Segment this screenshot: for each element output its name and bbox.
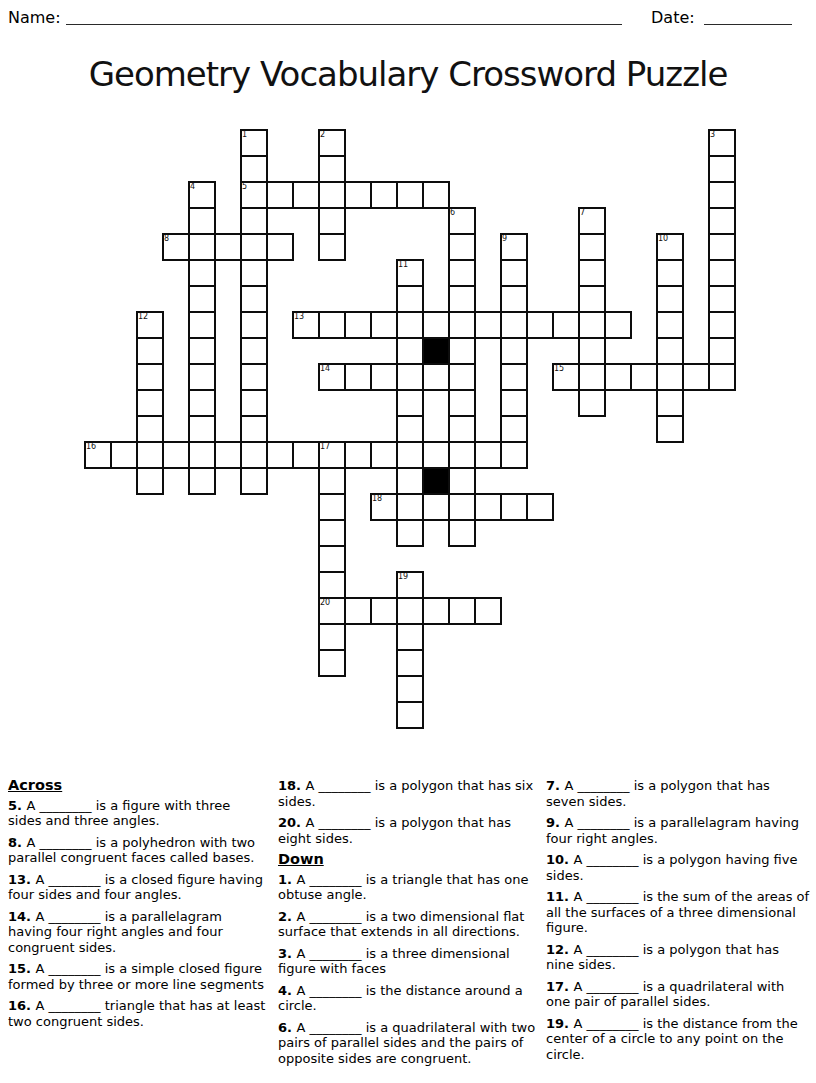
- cell-r7c2[interactable]: 12: [137, 312, 163, 338]
- cell-r7c4[interactable]: [189, 312, 215, 338]
- cell-r1c9[interactable]: [319, 156, 345, 182]
- cell-r7c24[interactable]: [709, 312, 735, 338]
- cell-r9c21[interactable]: [631, 364, 657, 390]
- grid-void: [85, 416, 111, 442]
- cell-r8c6[interactable]: [241, 338, 267, 364]
- grid-void: [475, 364, 501, 390]
- cell-r6c6[interactable]: [241, 286, 267, 312]
- cell-r15c12[interactable]: [397, 520, 423, 546]
- cell-r6c19[interactable]: [579, 286, 605, 312]
- clue-column-1: Across5. A ________ is a figure with thr…: [8, 778, 266, 1035]
- cell-r20c9[interactable]: [319, 650, 345, 676]
- cell-r18c10[interactable]: [345, 598, 371, 624]
- cell-r4c6[interactable]: [241, 234, 267, 260]
- cell-r1c24[interactable]: [709, 156, 735, 182]
- clue-num-label: 5.: [8, 798, 27, 813]
- cell-r8c14[interactable]: [449, 338, 475, 364]
- cell-r15c9[interactable]: [319, 520, 345, 546]
- grid-void: [85, 676, 111, 702]
- cell-r2c9[interactable]: [319, 182, 345, 208]
- cell-r3c24[interactable]: [709, 208, 735, 234]
- cell-r9c22[interactable]: [657, 364, 683, 390]
- cell-r5c24[interactable]: [709, 260, 735, 286]
- clue-number-9: 9: [502, 234, 507, 243]
- cell-r8c16[interactable]: [501, 338, 527, 364]
- grid-void: [345, 520, 371, 546]
- cell-r9c10[interactable]: [345, 364, 371, 390]
- cell-r11c12[interactable]: [397, 416, 423, 442]
- grid-void: [709, 572, 735, 598]
- cell-r4c5[interactable]: [215, 234, 241, 260]
- cell-r12c13[interactable]: [423, 442, 449, 468]
- clue-15: 15. A ________ is a simple closed figure…: [8, 961, 266, 992]
- cell-r17c12[interactable]: 19: [397, 572, 423, 598]
- grid-void: [579, 702, 605, 728]
- grid-void: [397, 156, 423, 182]
- grid-void: [631, 390, 657, 416]
- cell-r5c16[interactable]: [501, 260, 527, 286]
- grid-void: [85, 468, 111, 494]
- cell-r9c14[interactable]: [449, 364, 475, 390]
- grid-void: [163, 416, 189, 442]
- grid-void: [371, 650, 397, 676]
- cell-r10c2[interactable]: [137, 390, 163, 416]
- grid-void: [631, 286, 657, 312]
- cell-r9c13[interactable]: [423, 364, 449, 390]
- cell-r10c4[interactable]: [189, 390, 215, 416]
- cell-r0c9[interactable]: 2: [319, 130, 345, 156]
- grid-void: [163, 572, 189, 598]
- cell-r19c9[interactable]: [319, 624, 345, 650]
- grid-void: [683, 572, 709, 598]
- grid-void: [137, 702, 163, 728]
- grid-void: [527, 338, 553, 364]
- cell-r0c6[interactable]: 1: [241, 130, 267, 156]
- grid-void: [293, 520, 319, 546]
- cell-r12c14[interactable]: [449, 442, 475, 468]
- cell-r7c11[interactable]: [371, 312, 397, 338]
- cell-r6c16[interactable]: [501, 286, 527, 312]
- cell-r7c12[interactable]: [397, 312, 423, 338]
- grid-void: [267, 208, 293, 234]
- clue-header-across: Across: [8, 778, 266, 794]
- cell-r7c22[interactable]: [657, 312, 683, 338]
- cell-r14c17[interactable]: [527, 494, 553, 520]
- grid-void: [709, 416, 735, 442]
- grid-void: [553, 390, 579, 416]
- cell-r9c9[interactable]: 14: [319, 364, 345, 390]
- grid-void: [241, 676, 267, 702]
- grid-void: [215, 312, 241, 338]
- cell-r12c2[interactable]: [137, 442, 163, 468]
- cell-r2c12[interactable]: [397, 182, 423, 208]
- grid-void: [215, 624, 241, 650]
- cell-r18c15[interactable]: [475, 598, 501, 624]
- grid-void: [137, 130, 163, 156]
- cell-r7c15[interactable]: [475, 312, 501, 338]
- grid-void: [657, 468, 683, 494]
- cell-r11c2[interactable]: [137, 416, 163, 442]
- clue-number-18: 18: [372, 494, 382, 503]
- cell-r2c13[interactable]: [423, 182, 449, 208]
- grid-void: [475, 520, 501, 546]
- clue-17: 17. A ________ is a quadrilateral with o…: [546, 979, 810, 1010]
- grid-void: [631, 468, 657, 494]
- cell-r12c10[interactable]: [345, 442, 371, 468]
- cell-r3c9[interactable]: [319, 208, 345, 234]
- cell-r5c19[interactable]: [579, 260, 605, 286]
- grid-void: [215, 676, 241, 702]
- cell-r9c23[interactable]: [683, 364, 709, 390]
- clue-4: 4. A ________ is the distance around a c…: [278, 983, 536, 1014]
- cell-r10c16[interactable]: [501, 390, 527, 416]
- grid-void: [215, 338, 241, 364]
- grid-void: [475, 286, 501, 312]
- cell-r2c11[interactable]: [371, 182, 397, 208]
- cell-r10c14[interactable]: [449, 390, 475, 416]
- cell-r7c8[interactable]: 13: [293, 312, 319, 338]
- cell-r8c22[interactable]: [657, 338, 683, 364]
- clue-number-6: 6: [450, 208, 455, 217]
- cell-r5c4[interactable]: [189, 260, 215, 286]
- cell-r10c12[interactable]: [397, 390, 423, 416]
- grid-void: [605, 702, 631, 728]
- cell-r4c19[interactable]: [579, 234, 605, 260]
- grid-void: [501, 182, 527, 208]
- cell-r8c12[interactable]: [397, 338, 423, 364]
- grid-void: [85, 494, 111, 520]
- grid-void: [423, 260, 449, 286]
- date-blank-line: [704, 7, 792, 25]
- cell-r13c12[interactable]: [397, 468, 423, 494]
- cell-r9c16[interactable]: [501, 364, 527, 390]
- cell-r14c16[interactable]: [501, 494, 527, 520]
- cell-r12c7[interactable]: [267, 442, 293, 468]
- cell-r7c6[interactable]: [241, 312, 267, 338]
- grid-void: [293, 260, 319, 286]
- cell-r11c22[interactable]: [657, 416, 683, 442]
- grid-void: [85, 208, 111, 234]
- grid-void: [423, 208, 449, 234]
- cell-r3c14[interactable]: 6: [449, 208, 475, 234]
- cell-r4c7[interactable]: [267, 234, 293, 260]
- cell-r9c2[interactable]: [137, 364, 163, 390]
- grid-void: [111, 234, 137, 260]
- grid-void: [527, 130, 553, 156]
- cell-r7c17[interactable]: [527, 312, 553, 338]
- grid-void: [605, 598, 631, 624]
- grid-void: [345, 546, 371, 572]
- cell-r12c12[interactable]: [397, 442, 423, 468]
- grid-void: [631, 130, 657, 156]
- cell-r14c15[interactable]: [475, 494, 501, 520]
- cell-r17c9[interactable]: [319, 572, 345, 598]
- cell-r5c14[interactable]: [449, 260, 475, 286]
- grid-void: [137, 182, 163, 208]
- grid-void: [111, 520, 137, 546]
- grid-void: [475, 572, 501, 598]
- grid-void: [501, 208, 527, 234]
- cell-r8c2[interactable]: [137, 338, 163, 364]
- cell-r11c16[interactable]: [501, 416, 527, 442]
- grid-void: [293, 702, 319, 728]
- cell-r3c19[interactable]: 7: [579, 208, 605, 234]
- grid-void: [423, 520, 449, 546]
- cell-r4c9[interactable]: [319, 234, 345, 260]
- cell-r12c9[interactable]: 17: [319, 442, 345, 468]
- grid-void: [163, 208, 189, 234]
- grid-void: [449, 546, 475, 572]
- grid-void: [241, 598, 267, 624]
- cell-r18c14[interactable]: [449, 598, 475, 624]
- cell-r8c4[interactable]: [189, 338, 215, 364]
- grid-void: [267, 416, 293, 442]
- grid-void: [293, 234, 319, 260]
- grid-void: [501, 650, 527, 676]
- cell-r22c12[interactable]: [397, 702, 423, 728]
- grid-void: [683, 624, 709, 650]
- grid-void: [85, 182, 111, 208]
- cell-r2c6[interactable]: 5: [241, 182, 267, 208]
- cell-r12c16[interactable]: [501, 442, 527, 468]
- cell-r14c14[interactable]: [449, 494, 475, 520]
- grid-void: [111, 468, 137, 494]
- grid-void: [657, 208, 683, 234]
- cell-r2c4[interactable]: 4: [189, 182, 215, 208]
- cell-r4c4[interactable]: [189, 234, 215, 260]
- cell-r4c22[interactable]: 10: [657, 234, 683, 260]
- cell-r0c24[interactable]: 3: [709, 130, 735, 156]
- clue-number-15: 15: [554, 364, 564, 373]
- grid-void: [709, 598, 735, 624]
- clue-number-14: 14: [320, 364, 330, 373]
- clue-number-1: 1: [242, 130, 247, 139]
- grid-void: [215, 520, 241, 546]
- grid-void: [579, 416, 605, 442]
- cell-r13c6[interactable]: [241, 468, 267, 494]
- grid-void: [449, 624, 475, 650]
- cell-r18c13[interactable]: [423, 598, 449, 624]
- cell-r6c12[interactable]: [397, 286, 423, 312]
- clue-number-2: 2: [320, 130, 325, 139]
- cell-r10c6[interactable]: [241, 390, 267, 416]
- grid-void: [553, 234, 579, 260]
- cell-r12c15[interactable]: [475, 442, 501, 468]
- cell-r6c24[interactable]: [709, 286, 735, 312]
- cell-r6c4[interactable]: [189, 286, 215, 312]
- cell-r20c12[interactable]: [397, 650, 423, 676]
- cell-r12c4[interactable]: [189, 442, 215, 468]
- cell-r12c1[interactable]: [111, 442, 137, 468]
- grid-void: [163, 624, 189, 650]
- cell-r2c8[interactable]: [293, 182, 319, 208]
- cell-r18c12[interactable]: [397, 598, 423, 624]
- grid-void: [111, 676, 137, 702]
- cell-r6c14[interactable]: [449, 286, 475, 312]
- cell-r5c22[interactable]: [657, 260, 683, 286]
- clue-20: 20. A ________ is a polygon that has eig…: [278, 815, 536, 846]
- cell-r10c22[interactable]: [657, 390, 683, 416]
- cell-r8c24[interactable]: [709, 338, 735, 364]
- cell-r18c11[interactable]: [371, 598, 397, 624]
- grid-void: [189, 156, 215, 182]
- cell-r9c12[interactable]: [397, 364, 423, 390]
- grid-void: [137, 546, 163, 572]
- grid-void: [215, 390, 241, 416]
- grid-void: [267, 338, 293, 364]
- clue-10: 10. A ________ is a polygon having five …: [546, 852, 810, 883]
- grid-void: [709, 546, 735, 572]
- grid-void: [579, 676, 605, 702]
- grid-void: [189, 546, 215, 572]
- grid-void: [137, 208, 163, 234]
- cell-r7c16[interactable]: [501, 312, 527, 338]
- grid-void: [631, 442, 657, 468]
- grid-void: [657, 182, 683, 208]
- grid-void: [683, 650, 709, 676]
- cell-r7c13[interactable]: [423, 312, 449, 338]
- cell-r9c18[interactable]: 15: [553, 364, 579, 390]
- grid-void: [163, 156, 189, 182]
- grid-void: [631, 520, 657, 546]
- cell-r14c9[interactable]: [319, 494, 345, 520]
- clue-column-3: 7. A ________ is a polygon that has seve…: [546, 778, 810, 1068]
- cell-r18c9[interactable]: 20: [319, 598, 345, 624]
- cell-r4c14[interactable]: [449, 234, 475, 260]
- cell-r7c14[interactable]: [449, 312, 475, 338]
- grid-void: [345, 624, 371, 650]
- grid-void: [111, 624, 137, 650]
- grid-void: [137, 494, 163, 520]
- grid-void: [657, 676, 683, 702]
- cell-r7c9[interactable]: [319, 312, 345, 338]
- cell-r8c19[interactable]: [579, 338, 605, 364]
- cell-r21c12[interactable]: [397, 676, 423, 702]
- grid-void: [631, 546, 657, 572]
- clue-num-label: 3.: [278, 946, 297, 961]
- grid-void: [553, 130, 579, 156]
- cell-r5c6[interactable]: [241, 260, 267, 286]
- grid-void: [475, 156, 501, 182]
- grid-void: [527, 572, 553, 598]
- cell-r16c9[interactable]: [319, 546, 345, 572]
- cell-r14c11[interactable]: 18: [371, 494, 397, 520]
- grid-void: [553, 650, 579, 676]
- cell-r15c14[interactable]: [449, 520, 475, 546]
- grid-void: [631, 312, 657, 338]
- cell-r11c6[interactable]: [241, 416, 267, 442]
- grid-void: [527, 442, 553, 468]
- grid-void: [293, 598, 319, 624]
- cell-r9c20[interactable]: [605, 364, 631, 390]
- cell-r19c12[interactable]: [397, 624, 423, 650]
- grid-void: [319, 702, 345, 728]
- cell-r2c7[interactable]: [267, 182, 293, 208]
- cell-r12c3[interactable]: [163, 442, 189, 468]
- grid-void: [501, 468, 527, 494]
- grid-void: [579, 624, 605, 650]
- grid-void: [657, 572, 683, 598]
- grid-void: [709, 650, 735, 676]
- cell-r11c14[interactable]: [449, 416, 475, 442]
- grid-void: [163, 676, 189, 702]
- grid-void: [241, 650, 267, 676]
- grid-void: [85, 520, 111, 546]
- grid-void: [85, 312, 111, 338]
- cell-r3c6[interactable]: [241, 208, 267, 234]
- grid-void: [527, 702, 553, 728]
- cell-r12c11[interactable]: [371, 442, 397, 468]
- grid-void: [631, 598, 657, 624]
- grid-void: [397, 130, 423, 156]
- grid-void: [527, 520, 553, 546]
- cell-r12c5[interactable]: [215, 442, 241, 468]
- grid-void: [111, 130, 137, 156]
- grid-void: [111, 260, 137, 286]
- cell-r7c19[interactable]: [579, 312, 605, 338]
- cell-r14c12[interactable]: [397, 494, 423, 520]
- cell-r9c6[interactable]: [241, 364, 267, 390]
- cell-r3c4[interactable]: [189, 208, 215, 234]
- cell-r9c19[interactable]: [579, 364, 605, 390]
- cell-r9c4[interactable]: [189, 364, 215, 390]
- cell-r14c13[interactable]: [423, 494, 449, 520]
- cell-r9c11[interactable]: [371, 364, 397, 390]
- grid-void: [475, 208, 501, 234]
- cell-r6c22[interactable]: [657, 286, 683, 312]
- cell-r9c24[interactable]: [709, 364, 735, 390]
- grid-void: [501, 130, 527, 156]
- cell-r4c3[interactable]: 8: [163, 234, 189, 260]
- grid-void: [215, 572, 241, 598]
- clue-num-label: 14.: [8, 909, 36, 924]
- cell-r7c20[interactable]: [605, 312, 631, 338]
- cell-r4c16[interactable]: 9: [501, 234, 527, 260]
- cell-r5c12[interactable]: 11: [397, 260, 423, 286]
- cell-r11c4[interactable]: [189, 416, 215, 442]
- cell-r2c24[interactable]: [709, 182, 735, 208]
- grid-void: [371, 338, 397, 364]
- grid-void: [137, 520, 163, 546]
- grid-void: [605, 650, 631, 676]
- grid-void: [163, 182, 189, 208]
- grid-void: [293, 624, 319, 650]
- cell-r12c0[interactable]: 16: [85, 442, 111, 468]
- cell-r1c6[interactable]: [241, 156, 267, 182]
- cell-r13c14[interactable]: [449, 468, 475, 494]
- cell-r13c4[interactable]: [189, 468, 215, 494]
- cell-r7c18[interactable]: [553, 312, 579, 338]
- grid-void: [215, 468, 241, 494]
- grid-void: [709, 390, 735, 416]
- cell-r7c10[interactable]: [345, 312, 371, 338]
- grid-void: [397, 546, 423, 572]
- cell-r10c19[interactable]: [579, 390, 605, 416]
- cell-r2c10[interactable]: [345, 182, 371, 208]
- grid-void: [631, 572, 657, 598]
- cell-r13c9[interactable]: [319, 468, 345, 494]
- grid-void: [449, 650, 475, 676]
- cell-r4c24[interactable]: [709, 234, 735, 260]
- cell-r12c8[interactable]: [293, 442, 319, 468]
- grid-void: [215, 598, 241, 624]
- grid-void: [631, 650, 657, 676]
- cell-r12c6[interactable]: [241, 442, 267, 468]
- grid-void: [267, 286, 293, 312]
- clue-number-5: 5: [242, 182, 247, 191]
- cell-r13c2[interactable]: [137, 468, 163, 494]
- grid-void: [189, 702, 215, 728]
